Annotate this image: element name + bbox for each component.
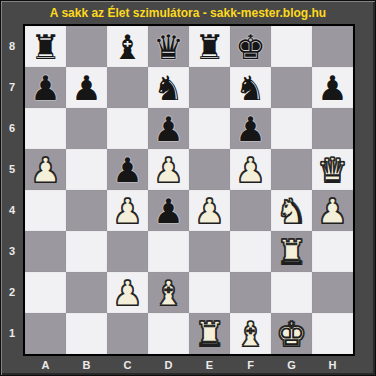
square-c6[interactable] <box>107 108 148 149</box>
square-e2[interactable] <box>189 272 230 313</box>
square-d2[interactable]: ♝ <box>148 272 189 313</box>
square-b4[interactable] <box>66 190 107 231</box>
square-d6[interactable]: ♟ <box>148 108 189 149</box>
rank-label-2: 2 <box>1 272 23 313</box>
piece-white-queen: ♛ <box>317 153 347 187</box>
piece-black-knight: ♞ <box>153 71 183 105</box>
square-e6[interactable] <box>189 108 230 149</box>
file-label-e: E <box>189 356 230 374</box>
square-b5[interactable] <box>66 149 107 190</box>
square-h4[interactable]: ♟ <box>312 190 353 231</box>
square-b7[interactable]: ♟ <box>66 67 107 108</box>
piece-black-pawn: ♟ <box>71 71 101 105</box>
square-h8[interactable] <box>312 26 353 67</box>
piece-white-knight: ♞ <box>276 194 306 228</box>
piece-white-pawn: ♟ <box>235 153 265 187</box>
square-h6[interactable] <box>312 108 353 149</box>
square-h5[interactable]: ♛ <box>312 149 353 190</box>
piece-black-pawn: ♟ <box>153 194 183 228</box>
file-label-f: F <box>230 356 271 374</box>
piece-white-pawn: ♟ <box>112 276 142 310</box>
square-b6[interactable] <box>66 108 107 149</box>
square-f3[interactable] <box>230 231 271 272</box>
file-label-b: B <box>66 356 107 374</box>
square-a4[interactable] <box>25 190 66 231</box>
piece-black-bishop: ♝ <box>112 30 142 64</box>
title-bar: A sakk az Élet szimulátora - sakk-mester… <box>1 4 375 23</box>
file-label-d: D <box>148 356 189 374</box>
square-g6[interactable] <box>271 108 312 149</box>
square-g7[interactable] <box>271 67 312 108</box>
square-g1[interactable]: ♚ <box>271 313 312 354</box>
square-g5[interactable] <box>271 149 312 190</box>
square-d1[interactable] <box>148 313 189 354</box>
square-e4[interactable]: ♟ <box>189 190 230 231</box>
piece-white-rook: ♜ <box>276 235 306 269</box>
piece-black-pawn: ♟ <box>30 71 60 105</box>
square-e3[interactable] <box>189 231 230 272</box>
square-g3[interactable]: ♜ <box>271 231 312 272</box>
square-e7[interactable] <box>189 67 230 108</box>
square-f8[interactable]: ♚ <box>230 26 271 67</box>
square-e5[interactable] <box>189 149 230 190</box>
chess-board: ♜♝♛♜♚♟♟♞♞♟♟♟♟♟♟♟♛♟♟♟♞♟♜♟♝♜♝♚ <box>25 26 353 354</box>
chess-app-window: A sakk az Élet szimulátora - sakk-mester… <box>0 0 376 376</box>
piece-black-pawn: ♟ <box>112 153 142 187</box>
square-c2[interactable]: ♟ <box>107 272 148 313</box>
piece-black-pawn: ♟ <box>317 71 347 105</box>
piece-white-rook: ♜ <box>194 317 224 351</box>
file-label-h: H <box>312 356 353 374</box>
square-h3[interactable] <box>312 231 353 272</box>
piece-black-king: ♚ <box>235 30 265 64</box>
piece-black-rook: ♜ <box>194 30 224 64</box>
square-f1[interactable]: ♝ <box>230 313 271 354</box>
file-label-a: A <box>25 356 66 374</box>
square-d4[interactable]: ♟ <box>148 190 189 231</box>
square-d8[interactable]: ♛ <box>148 26 189 67</box>
square-b2[interactable] <box>66 272 107 313</box>
square-d7[interactable]: ♞ <box>148 67 189 108</box>
piece-white-pawn: ♟ <box>153 153 183 187</box>
square-h2[interactable] <box>312 272 353 313</box>
piece-white-pawn: ♟ <box>112 194 142 228</box>
rank-label-7: 7 <box>1 67 23 108</box>
square-g8[interactable] <box>271 26 312 67</box>
square-c5[interactable]: ♟ <box>107 149 148 190</box>
square-f6[interactable]: ♟ <box>230 108 271 149</box>
square-h1[interactable] <box>312 313 353 354</box>
square-a7[interactable]: ♟ <box>25 67 66 108</box>
board-frame: ♜♝♛♜♚♟♟♞♞♟♟♟♟♟♟♟♛♟♟♟♞♟♜♟♝♜♝♚ <box>23 24 355 356</box>
square-a2[interactable] <box>25 272 66 313</box>
piece-black-queen: ♛ <box>153 30 183 64</box>
square-a1[interactable] <box>25 313 66 354</box>
square-c4[interactable]: ♟ <box>107 190 148 231</box>
square-c7[interactable] <box>107 67 148 108</box>
square-f7[interactable]: ♞ <box>230 67 271 108</box>
rank-labels: 87654321 <box>1 26 23 354</box>
square-f2[interactable] <box>230 272 271 313</box>
square-b3[interactable] <box>66 231 107 272</box>
square-a8[interactable]: ♜ <box>25 26 66 67</box>
square-a5[interactable]: ♟ <box>25 149 66 190</box>
piece-black-pawn: ♟ <box>235 112 265 146</box>
piece-black-rook: ♜ <box>30 30 60 64</box>
square-f5[interactable]: ♟ <box>230 149 271 190</box>
file-labels: ABCDEFGH <box>25 356 353 374</box>
square-d5[interactable]: ♟ <box>148 149 189 190</box>
piece-white-bishop: ♝ <box>235 317 265 351</box>
square-b1[interactable] <box>66 313 107 354</box>
rank-label-6: 6 <box>1 108 23 149</box>
piece-white-king: ♚ <box>276 317 306 351</box>
rank-label-3: 3 <box>1 231 23 272</box>
file-label-c: C <box>107 356 148 374</box>
square-e1[interactable]: ♜ <box>189 313 230 354</box>
rank-label-5: 5 <box>1 149 23 190</box>
square-c8[interactable]: ♝ <box>107 26 148 67</box>
piece-white-pawn: ♟ <box>30 153 60 187</box>
piece-black-knight: ♞ <box>235 71 265 105</box>
window-title: A sakk az Élet szimulátora - sakk-mester… <box>50 6 326 20</box>
square-f4[interactable] <box>230 190 271 231</box>
piece-white-pawn: ♟ <box>194 194 224 228</box>
square-h7[interactable]: ♟ <box>312 67 353 108</box>
square-a3[interactable] <box>25 231 66 272</box>
square-g4[interactable]: ♞ <box>271 190 312 231</box>
rank-label-1: 1 <box>1 313 23 354</box>
square-d3[interactable] <box>148 231 189 272</box>
square-a6[interactable] <box>25 108 66 149</box>
square-c3[interactable] <box>107 231 148 272</box>
square-g2[interactable] <box>271 272 312 313</box>
piece-white-pawn: ♟ <box>317 194 347 228</box>
square-e8[interactable]: ♜ <box>189 26 230 67</box>
piece-black-pawn: ♟ <box>153 112 183 146</box>
rank-label-8: 8 <box>1 26 23 67</box>
square-c1[interactable] <box>107 313 148 354</box>
piece-white-bishop: ♝ <box>153 276 183 310</box>
file-label-g: G <box>271 356 312 374</box>
square-b8[interactable] <box>66 26 107 67</box>
rank-label-4: 4 <box>1 190 23 231</box>
